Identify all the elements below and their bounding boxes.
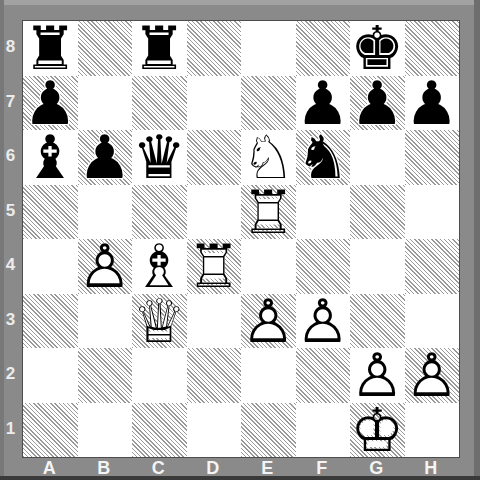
square-d6[interactable] (187, 130, 242, 185)
square-h5[interactable] (405, 185, 460, 240)
piece-white-king-g1[interactable]: ♔ (350, 403, 405, 458)
file-label-E: E (240, 457, 295, 479)
file-label-B: B (77, 457, 132, 479)
file-label-A: A (22, 457, 77, 479)
piece-white-rook-d4[interactable]: ♖ (187, 239, 242, 294)
file-label-C: C (131, 457, 186, 479)
square-h7[interactable]: ♟ (405, 76, 460, 131)
square-a1[interactable] (23, 403, 78, 458)
square-f5[interactable] (296, 185, 351, 240)
square-d2[interactable] (187, 348, 242, 403)
square-h4[interactable] (405, 239, 460, 294)
square-g1[interactable]: ♚♔ (350, 403, 405, 458)
square-g4[interactable] (350, 239, 405, 294)
file-label-D: D (186, 457, 241, 479)
square-d8[interactable] (187, 21, 242, 76)
square-c1[interactable] (132, 403, 187, 458)
square-e8[interactable] (241, 21, 296, 76)
rank-label-2: 2 (0, 364, 21, 384)
square-g6[interactable] (350, 130, 405, 185)
piece-black-queen-c6[interactable]: ♛ (132, 130, 187, 185)
rank-label-3: 3 (0, 310, 21, 330)
square-h1[interactable] (405, 403, 460, 458)
square-h6[interactable] (405, 130, 460, 185)
square-e5[interactable]: ♜♖ (241, 185, 296, 240)
square-f3[interactable]: ♟♙ (296, 294, 351, 349)
square-b2[interactable] (78, 348, 133, 403)
square-a6[interactable]: ♝ (23, 130, 78, 185)
piece-black-rook-c8[interactable]: ♜ (132, 21, 187, 76)
square-g7[interactable]: ♟ (350, 76, 405, 131)
rank-label-4: 4 (0, 255, 21, 275)
square-c3[interactable]: ♛♕ (132, 294, 187, 349)
piece-white-rook-e5[interactable]: ♖ (241, 185, 296, 240)
frame-bevel-top (0, 0, 480, 5)
piece-black-pawn-g7[interactable]: ♟ (350, 76, 405, 131)
piece-black-knight-f6[interactable]: ♞ (296, 130, 351, 185)
piece-white-pawn-f3[interactable]: ♙ (296, 294, 351, 349)
square-e3[interactable]: ♟♙ (241, 294, 296, 349)
piece-white-pawn-b4[interactable]: ♙ (78, 239, 133, 294)
piece-black-pawn-b6[interactable]: ♟ (78, 130, 133, 185)
square-c6[interactable]: ♛ (132, 130, 187, 185)
square-a2[interactable] (23, 348, 78, 403)
square-f6[interactable]: ♞ (296, 130, 351, 185)
piece-white-pawn-e3[interactable]: ♙ (241, 294, 296, 349)
square-h2[interactable]: ♟♙ (405, 348, 460, 403)
square-d4[interactable]: ♜♖ (187, 239, 242, 294)
piece-black-bishop-a6[interactable]: ♝ (23, 130, 78, 185)
board: ♜♜♚♟♟♟♟♝♟♛♞♘♞♜♖♟♙♝♗♜♖♛♕♟♙♟♙♟♙♟♙♚♔ (22, 20, 460, 458)
square-e2[interactable] (241, 348, 296, 403)
square-d3[interactable] (187, 294, 242, 349)
frame-bevel-left (0, 0, 4, 480)
square-d7[interactable] (187, 76, 242, 131)
square-f1[interactable] (296, 403, 351, 458)
square-b1[interactable] (78, 403, 133, 458)
square-e1[interactable] (241, 403, 296, 458)
square-c8[interactable]: ♜ (132, 21, 187, 76)
rank-label-8: 8 (0, 37, 21, 57)
square-d1[interactable] (187, 403, 242, 458)
file-label-G: G (349, 457, 404, 479)
piece-black-pawn-h7[interactable]: ♟ (405, 76, 460, 131)
file-label-F: F (295, 457, 350, 479)
square-c2[interactable] (132, 348, 187, 403)
frame-bevel-right (474, 0, 480, 480)
rank-label-5: 5 (0, 201, 21, 221)
square-b6[interactable]: ♟ (78, 130, 133, 185)
square-a4[interactable] (23, 239, 78, 294)
rank-label-7: 7 (0, 92, 21, 112)
square-g5[interactable] (350, 185, 405, 240)
square-a5[interactable] (23, 185, 78, 240)
square-b8[interactable] (78, 21, 133, 76)
piece-white-pawn-h2[interactable]: ♙ (405, 348, 460, 403)
square-b4[interactable]: ♟♙ (78, 239, 133, 294)
rank-label-6: 6 (0, 146, 21, 166)
square-b3[interactable] (78, 294, 133, 349)
square-f2[interactable] (296, 348, 351, 403)
rank-label-1: 1 (0, 419, 21, 439)
square-a3[interactable] (23, 294, 78, 349)
piece-white-queen-c3[interactable]: ♕ (132, 294, 187, 349)
file-label-H: H (404, 457, 459, 479)
